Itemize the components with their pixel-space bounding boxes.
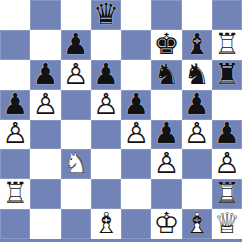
black-knight-icon: ♞ [182, 60, 212, 90]
square-d3[interactable] [91, 149, 121, 179]
square-b1[interactable] [30, 209, 60, 239]
square-g6[interactable]: ♞ [182, 60, 212, 90]
white-piece-outline: ♙ [212, 149, 242, 179]
square-d1[interactable]: ♝♗ [91, 209, 121, 239]
square-g8[interactable] [182, 0, 212, 30]
white-knight-icon: ♞♘ [61, 149, 91, 179]
white-piece-outline: ♗ [182, 209, 212, 239]
square-a1[interactable] [0, 209, 30, 239]
white-piece-outline: ♕ [212, 209, 242, 239]
square-b3[interactable] [30, 149, 60, 179]
square-d6[interactable]: ♟ [91, 60, 121, 90]
square-h1[interactable]: ♛♕ [212, 209, 242, 239]
white-bishop-icon: ♝♗ [182, 209, 212, 239]
square-d7[interactable] [91, 30, 121, 60]
square-g1[interactable]: ♝♗ [182, 209, 212, 239]
chess-board: ♛♟♚♝♜♖♟♟♙♟♞♞♜♟♟♙♟♙♟♟♟♙♟♙♟♟♙♟♞♘♟♙♟♙♜♖♜♖♝♗… [0, 0, 242, 242]
square-h5[interactable] [212, 90, 242, 120]
black-king-icon: ♚ [151, 30, 181, 60]
white-rook-icon: ♜♖ [0, 179, 30, 209]
white-rook-icon: ♜♖ [212, 179, 242, 209]
black-piece-fill: ♜ [212, 60, 242, 90]
square-e5[interactable]: ♟ [121, 90, 151, 120]
white-piece-outline: ♖ [0, 179, 30, 209]
square-f8[interactable] [151, 0, 181, 30]
square-d4[interactable] [91, 120, 121, 150]
square-h3[interactable]: ♟♙ [212, 149, 242, 179]
black-piece-fill: ♟ [30, 60, 60, 90]
square-h6[interactable]: ♜ [212, 60, 242, 90]
black-pawn-icon: ♟ [91, 60, 121, 90]
square-h4[interactable]: ♟ [212, 120, 242, 150]
white-pawn-icon: ♟♙ [212, 149, 242, 179]
square-c7[interactable]: ♟ [61, 30, 91, 60]
square-b4[interactable] [30, 120, 60, 150]
square-f6[interactable]: ♞ [151, 60, 181, 90]
square-c1[interactable] [61, 209, 91, 239]
black-pawn-icon: ♟ [212, 120, 242, 150]
white-queen-icon: ♛♕ [212, 209, 242, 239]
square-c3[interactable]: ♞♘ [61, 149, 91, 179]
square-a4[interactable]: ♟♙ [0, 120, 30, 150]
square-c8[interactable] [61, 0, 91, 30]
white-piece-outline: ♔ [151, 209, 181, 239]
square-f7[interactable]: ♚ [151, 30, 181, 60]
black-pawn-icon: ♟ [151, 120, 181, 150]
black-pawn-icon: ♟ [121, 90, 151, 120]
square-g2[interactable] [182, 179, 212, 209]
square-f4[interactable]: ♟ [151, 120, 181, 150]
square-a7[interactable] [0, 30, 30, 60]
square-g4[interactable]: ♟♙ [182, 120, 212, 150]
white-piece-outline: ♙ [0, 120, 30, 150]
white-pawn-icon: ♟♙ [182, 120, 212, 150]
square-e2[interactable] [121, 179, 151, 209]
white-rook-icon: ♜♖ [212, 30, 242, 60]
black-piece-fill: ♛ [91, 0, 121, 30]
black-rook-icon: ♜ [212, 60, 242, 90]
square-d5[interactable]: ♟♙ [91, 90, 121, 120]
black-piece-fill: ♟ [182, 90, 212, 120]
white-piece-outline: ♙ [182, 120, 212, 150]
square-d8[interactable]: ♛ [91, 0, 121, 30]
square-c6[interactable]: ♟♙ [61, 60, 91, 90]
square-a8[interactable] [0, 0, 30, 30]
white-pawn-icon: ♟♙ [121, 120, 151, 150]
white-piece-outline: ♙ [30, 90, 60, 120]
white-piece-outline: ♖ [212, 30, 242, 60]
square-e4[interactable]: ♟♙ [121, 120, 151, 150]
white-piece-outline: ♙ [151, 149, 181, 179]
white-piece-outline: ♘ [61, 149, 91, 179]
white-piece-outline: ♗ [91, 209, 121, 239]
square-a3[interactable] [0, 149, 30, 179]
square-b6[interactable]: ♟ [30, 60, 60, 90]
black-piece-fill: ♟ [151, 120, 181, 150]
white-pawn-icon: ♟♙ [0, 120, 30, 150]
white-pawn-icon: ♟♙ [91, 90, 121, 120]
black-queen-icon: ♛ [91, 0, 121, 30]
white-bishop-icon: ♝♗ [91, 209, 121, 239]
black-piece-fill: ♞ [151, 60, 181, 90]
square-g3[interactable] [182, 149, 212, 179]
square-a6[interactable] [0, 60, 30, 90]
square-e3[interactable] [121, 149, 151, 179]
black-pawn-icon: ♟ [61, 30, 91, 60]
white-king-icon: ♚♔ [151, 209, 181, 239]
black-piece-fill: ♟ [212, 120, 242, 150]
square-c5[interactable] [61, 90, 91, 120]
black-pawn-icon: ♟ [30, 60, 60, 90]
square-f3[interactable]: ♟♙ [151, 149, 181, 179]
black-piece-fill: ♞ [182, 60, 212, 90]
square-b7[interactable] [30, 30, 60, 60]
white-pawn-icon: ♟♙ [30, 90, 60, 120]
square-f1[interactable]: ♚♔ [151, 209, 181, 239]
white-piece-outline: ♙ [91, 90, 121, 120]
square-e8[interactable] [121, 0, 151, 30]
white-pawn-icon: ♟♙ [151, 149, 181, 179]
square-e6[interactable] [121, 60, 151, 90]
black-piece-fill: ♝ [182, 30, 212, 60]
square-g5[interactable]: ♟ [182, 90, 212, 120]
square-h8[interactable] [212, 0, 242, 30]
white-piece-outline: ♙ [121, 120, 151, 150]
black-bishop-icon: ♝ [182, 30, 212, 60]
square-a2[interactable]: ♜♖ [0, 179, 30, 209]
black-piece-fill: ♚ [151, 30, 181, 60]
square-h2[interactable]: ♜♖ [212, 179, 242, 209]
square-b2[interactable] [30, 179, 60, 209]
square-e1[interactable] [121, 209, 151, 239]
square-f5[interactable] [151, 90, 181, 120]
black-piece-fill: ♟ [121, 90, 151, 120]
black-piece-fill: ♟ [61, 30, 91, 60]
square-c2[interactable] [61, 179, 91, 209]
square-f2[interactable] [151, 179, 181, 209]
square-d2[interactable] [91, 179, 121, 209]
black-piece-fill: ♟ [0, 90, 30, 120]
square-g7[interactable]: ♝ [182, 30, 212, 60]
square-h7[interactable]: ♜♖ [212, 30, 242, 60]
black-knight-icon: ♞ [151, 60, 181, 90]
square-b8[interactable] [30, 0, 60, 30]
black-pawn-icon: ♟ [0, 90, 30, 120]
square-b5[interactable]: ♟♙ [30, 90, 60, 120]
square-e7[interactable] [121, 30, 151, 60]
white-piece-outline: ♙ [61, 60, 91, 90]
chess-board-grid: ♛♟♚♝♜♖♟♟♙♟♞♞♜♟♟♙♟♙♟♟♟♙♟♙♟♟♙♟♞♘♟♙♟♙♜♖♜♖♝♗… [0, 0, 242, 239]
black-pawn-icon: ♟ [182, 90, 212, 120]
square-a5[interactable]: ♟ [0, 90, 30, 120]
white-pawn-icon: ♟♙ [61, 60, 91, 90]
black-piece-fill: ♟ [91, 60, 121, 90]
square-c4[interactable] [61, 120, 91, 150]
white-piece-outline: ♖ [212, 179, 242, 209]
